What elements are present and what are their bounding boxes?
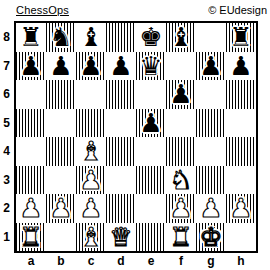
square-f1[interactable]: ♜: [166, 223, 196, 252]
white-knight: ♞: [169, 166, 192, 195]
square-e2[interactable]: [136, 194, 166, 223]
rank-label-4: 4: [0, 137, 13, 166]
square-d4[interactable]: [106, 137, 136, 166]
rank-label-3: 3: [0, 166, 13, 195]
square-d3[interactable]: [106, 166, 136, 195]
black-rook: ♜: [229, 23, 252, 52]
square-d2[interactable]: [106, 194, 136, 223]
square-h1[interactable]: [226, 223, 256, 252]
square-a2[interactable]: ♟: [16, 194, 46, 223]
white-queen: ♛: [109, 223, 132, 252]
file-label-a: a: [16, 254, 46, 268]
square-c2[interactable]: ♟: [76, 194, 106, 223]
square-d7[interactable]: ♟: [106, 52, 136, 81]
square-a7[interactable]: ♟: [16, 52, 46, 81]
square-g8[interactable]: [196, 23, 226, 52]
square-h3[interactable]: [226, 166, 256, 195]
square-b2[interactable]: ♟: [46, 194, 76, 223]
square-b3[interactable]: [46, 166, 76, 195]
white-bishop: ♝: [79, 223, 102, 252]
black-king: ♚: [139, 23, 162, 52]
square-f8[interactable]: ♝: [166, 23, 196, 52]
square-f3[interactable]: ♞: [166, 166, 196, 195]
file-label-d: d: [106, 254, 136, 268]
black-pawn: ♟: [229, 52, 252, 81]
square-a3[interactable]: [16, 166, 46, 195]
file-label-b: b: [46, 254, 76, 268]
rank-label-8: 8: [0, 23, 13, 52]
white-pawn: ♟: [169, 194, 192, 223]
white-bishop: ♝: [79, 137, 102, 166]
square-e7[interactable]: ♛: [136, 52, 166, 81]
file-label-g: g: [196, 254, 226, 268]
square-g3[interactable]: [196, 166, 226, 195]
file-label-e: e: [136, 254, 166, 268]
black-rook: ♜: [19, 23, 42, 52]
square-a6[interactable]: [16, 80, 46, 109]
square-f6[interactable]: ♟: [166, 80, 196, 109]
black-pawn: ♟: [49, 52, 72, 81]
square-b5[interactable]: [46, 109, 76, 138]
file-labels: abcdefgh: [16, 254, 256, 268]
white-rook: ♜: [169, 223, 192, 252]
square-e5[interactable]: ♟: [136, 109, 166, 138]
rank-labels: 87654321: [0, 23, 13, 251]
black-pawn: ♟: [79, 52, 102, 81]
rank-label-5: 5: [0, 109, 13, 138]
chess-board: ♜♞♝♚♝♜♟♟♟♟♛♟♟♟♟♝♟♞♟♟♟♟♟♟♜♝♛♜♚: [14, 21, 258, 253]
square-e1[interactable]: [136, 223, 166, 252]
square-h7[interactable]: ♟: [226, 52, 256, 81]
square-g4[interactable]: [196, 137, 226, 166]
square-c3[interactable]: ♟: [76, 166, 106, 195]
square-a8[interactable]: ♜: [16, 23, 46, 52]
square-e4[interactable]: [136, 137, 166, 166]
square-b7[interactable]: ♟: [46, 52, 76, 81]
square-e3[interactable]: [136, 166, 166, 195]
black-pawn: ♟: [109, 52, 132, 81]
rank-label-1: 1: [0, 223, 13, 252]
square-d5[interactable]: [106, 109, 136, 138]
white-pawn: ♟: [79, 194, 102, 223]
square-c5[interactable]: [76, 109, 106, 138]
white-rook: ♜: [19, 223, 42, 252]
square-f4[interactable]: [166, 137, 196, 166]
file-label-h: h: [226, 254, 256, 268]
white-pawn: ♟: [199, 194, 222, 223]
black-bishop: ♝: [79, 23, 102, 52]
app-title-link[interactable]: ChessOps: [16, 4, 69, 16]
rank-label-7: 7: [0, 52, 13, 81]
square-g2[interactable]: ♟: [196, 194, 226, 223]
square-d8[interactable]: [106, 23, 136, 52]
square-a5[interactable]: [16, 109, 46, 138]
square-d6[interactable]: [106, 80, 136, 109]
square-b1[interactable]: [46, 223, 76, 252]
square-c7[interactable]: ♟: [76, 52, 106, 81]
square-g6[interactable]: [196, 80, 226, 109]
square-a1[interactable]: ♜: [16, 223, 46, 252]
square-e8[interactable]: ♚: [136, 23, 166, 52]
square-f2[interactable]: ♟: [166, 194, 196, 223]
square-c1[interactable]: ♝: [76, 223, 106, 252]
white-king: ♚: [199, 223, 222, 252]
square-f7[interactable]: [166, 52, 196, 81]
square-c6[interactable]: [76, 80, 106, 109]
square-f5[interactable]: [166, 109, 196, 138]
black-queen: ♛: [139, 52, 162, 81]
square-d1[interactable]: ♛: [106, 223, 136, 252]
square-g1[interactable]: ♚: [196, 223, 226, 252]
square-a4[interactable]: [16, 137, 46, 166]
rank-label-2: 2: [0, 194, 13, 223]
black-knight: ♞: [49, 23, 72, 52]
black-pawn: ♟: [19, 52, 42, 81]
file-label-f: f: [166, 254, 196, 268]
square-h4[interactable]: [226, 137, 256, 166]
square-b6[interactable]: [46, 80, 76, 109]
black-pawn: ♟: [139, 109, 162, 138]
white-pawn: ♟: [79, 166, 102, 195]
square-e6[interactable]: [136, 80, 166, 109]
square-h2[interactable]: ♟: [226, 194, 256, 223]
credit-text: © EUdesign: [208, 4, 267, 16]
white-pawn: ♟: [19, 194, 42, 223]
white-pawn: ♟: [49, 194, 72, 223]
square-c4[interactable]: ♝: [76, 137, 106, 166]
square-c8[interactable]: ♝: [76, 23, 106, 52]
square-g7[interactable]: ♟: [196, 52, 226, 81]
square-b4[interactable]: [46, 137, 76, 166]
square-h8[interactable]: ♜: [226, 23, 256, 52]
square-b8[interactable]: ♞: [46, 23, 76, 52]
black-pawn: ♟: [199, 52, 222, 81]
file-label-c: c: [76, 254, 106, 268]
square-g5[interactable]: [196, 109, 226, 138]
square-h6[interactable]: [226, 80, 256, 109]
square-h5[interactable]: [226, 109, 256, 138]
rank-label-6: 6: [0, 80, 13, 109]
black-bishop: ♝: [169, 23, 192, 52]
black-pawn: ♟: [169, 80, 192, 109]
white-pawn: ♟: [229, 194, 252, 223]
